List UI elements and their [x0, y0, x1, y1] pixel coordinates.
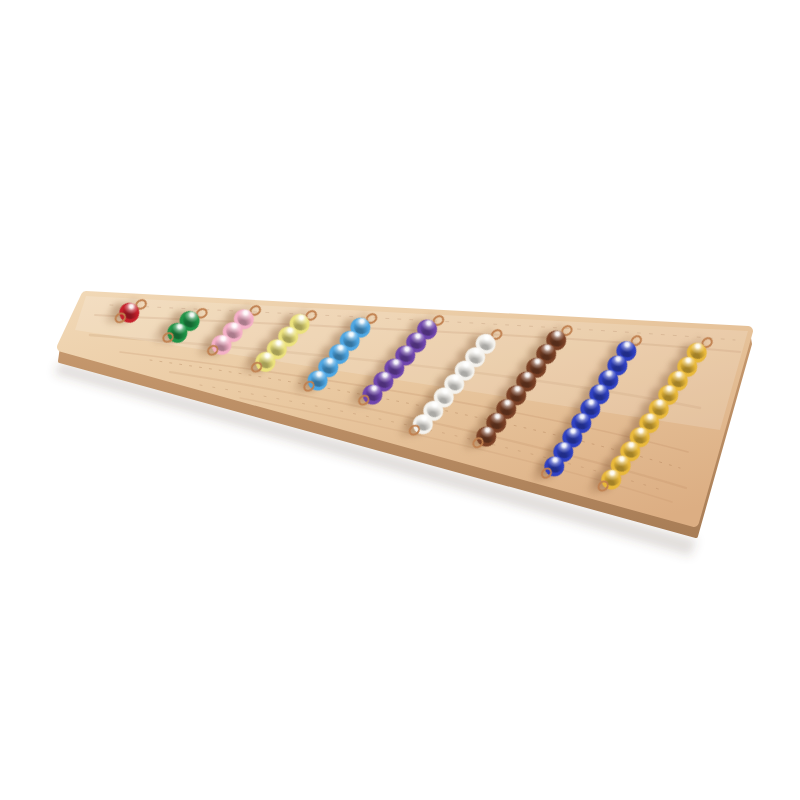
bead-bars: ●●●●●●●●●●●●●●●●●●●●●●●●●●●●●●●●●●●●●●●●…	[0, 0, 800, 800]
product-photo: ●●●●●●●●●●●●●●●●●●●●●●●●●●●●●●●●●●●●●●●●…	[0, 0, 800, 800]
bead-bar-1[interactable]: ●	[111, 291, 150, 331]
bead-bar-2[interactable]: ●●	[159, 300, 211, 351]
bead-bar-3[interactable]: ●●●	[204, 297, 265, 363]
